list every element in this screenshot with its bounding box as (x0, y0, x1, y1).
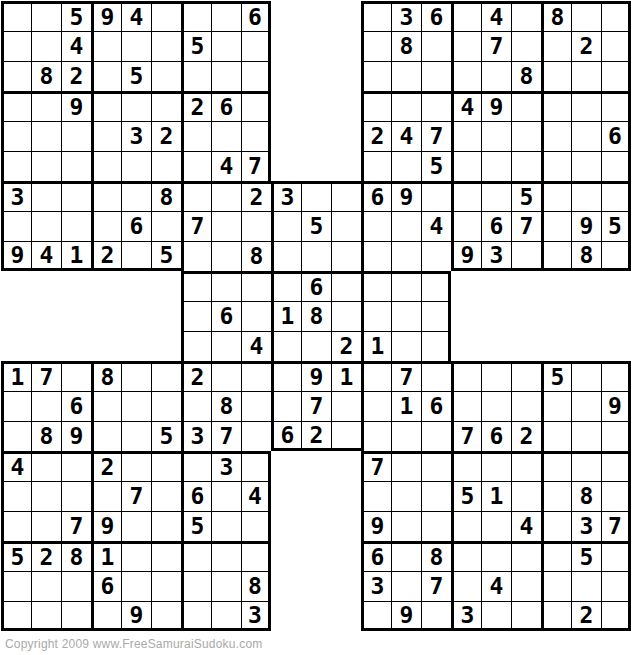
given-digit-r4c7: 2 (181, 91, 211, 121)
empty-cell-r5c19[interactable] (541, 121, 571, 151)
empty-cell-r15c4[interactable] (91, 421, 121, 451)
empty-cell-r5c2[interactable] (31, 121, 61, 151)
empty-cell-r1c21[interactable] (601, 1, 631, 31)
empty-cell-r4c14[interactable] (391, 91, 421, 121)
empty-cell-r1c2[interactable] (31, 1, 61, 31)
empty-cell-r15c21[interactable] (601, 421, 631, 451)
empty-cell-r7c20[interactable] (571, 181, 601, 211)
void-region (331, 121, 361, 151)
empty-cell-r16c3[interactable] (61, 451, 91, 481)
empty-cell-r8c14[interactable] (391, 211, 421, 241)
empty-cell-r16c7[interactable] (181, 451, 211, 481)
empty-cell-r21c18[interactable] (511, 601, 541, 631)
given-digit-r8c21: 5 (601, 211, 631, 241)
given-digit-r1c17: 4 (481, 1, 511, 31)
given-digit-r9c9: 8 (241, 241, 271, 271)
empty-cell-r3c16[interactable] (451, 61, 481, 91)
empty-cell-r14c2[interactable] (31, 391, 61, 421)
void-region (151, 271, 181, 301)
empty-cell-r9c19[interactable] (541, 241, 571, 271)
empty-cell-r13c6[interactable] (151, 361, 181, 391)
empty-cell-r6c2[interactable] (31, 151, 61, 181)
empty-cell-r18c17[interactable] (481, 511, 511, 541)
empty-cell-r4c4[interactable] (91, 91, 121, 121)
empty-cell-r8c4[interactable] (91, 211, 121, 241)
void-region (151, 331, 181, 361)
empty-cell-r6c3[interactable] (61, 151, 91, 181)
empty-cell-r13c8[interactable] (211, 361, 241, 391)
empty-cell-r17c21[interactable] (601, 481, 631, 511)
empty-cell-r16c9[interactable] (241, 451, 271, 481)
empty-cell-r6c6[interactable] (151, 151, 181, 181)
empty-cell-r9c10[interactable] (271, 241, 301, 271)
empty-cell-r17c19[interactable] (541, 481, 571, 511)
empty-cell-r12c8[interactable] (211, 331, 241, 361)
empty-cell-r3c17[interactable] (481, 61, 511, 91)
void-region (271, 481, 301, 511)
empty-cell-r19c8[interactable] (211, 541, 241, 571)
empty-cell-r16c17[interactable] (481, 451, 511, 481)
empty-cell-r3c6[interactable] (151, 61, 181, 91)
given-digit-r17c9: 4 (241, 481, 271, 511)
void-region (571, 331, 601, 361)
given-digit-r1c15: 6 (421, 1, 451, 31)
empty-cell-r2c16[interactable] (451, 31, 481, 61)
empty-cell-r2c13[interactable] (361, 31, 391, 61)
empty-cell-r20c14[interactable] (391, 571, 421, 601)
empty-cell-r17c15[interactable] (421, 481, 451, 511)
empty-cell-r15c9[interactable] (241, 421, 271, 451)
empty-cell-r20c7[interactable] (181, 571, 211, 601)
empty-cell-r18c8[interactable] (211, 511, 241, 541)
empty-cell-r16c5[interactable] (121, 451, 151, 481)
empty-cell-r10c13[interactable] (361, 271, 391, 301)
empty-cell-r20c6[interactable] (151, 571, 181, 601)
empty-cell-r15c5[interactable] (121, 421, 151, 451)
empty-cell-r4c20[interactable] (571, 91, 601, 121)
empty-cell-r14c19[interactable] (541, 391, 571, 421)
empty-cell-r13c21[interactable] (601, 361, 631, 391)
empty-cell-r6c18[interactable] (511, 151, 541, 181)
void-region (331, 451, 361, 481)
empty-cell-r11c15[interactable] (421, 301, 451, 331)
empty-cell-r14c6[interactable] (151, 391, 181, 421)
empty-cell-r19c6[interactable] (151, 541, 181, 571)
given-digit-r13c14: 7 (391, 361, 421, 391)
void-region (331, 91, 361, 121)
empty-cell-r7c7[interactable] (181, 181, 211, 211)
empty-cell-r18c15[interactable] (421, 511, 451, 541)
empty-cell-r11c12[interactable] (331, 301, 361, 331)
empty-cell-r8c3[interactable] (61, 211, 91, 241)
empty-cell-r6c4[interactable] (91, 151, 121, 181)
given-digit-r9c3: 1 (61, 241, 91, 271)
given-digit-r16c8: 3 (211, 451, 241, 481)
empty-cell-r3c13[interactable] (361, 61, 391, 91)
empty-cell-r18c5[interactable] (121, 511, 151, 541)
empty-cell-r3c14[interactable] (391, 61, 421, 91)
void-region (451, 301, 481, 331)
empty-cell-r18c14[interactable] (391, 511, 421, 541)
empty-cell-r19c7[interactable] (181, 541, 211, 571)
empty-cell-r13c5[interactable] (121, 361, 151, 391)
empty-cell-r7c3[interactable] (61, 181, 91, 211)
empty-cell-r15c1[interactable] (1, 421, 31, 451)
given-digit-r13c12: 1 (331, 361, 361, 391)
empty-cell-r18c16[interactable] (451, 511, 481, 541)
empty-cell-r16c19[interactable] (541, 451, 571, 481)
void-region (301, 151, 331, 181)
empty-cell-r10c12[interactable] (331, 271, 361, 301)
empty-cell-r1c13[interactable] (361, 1, 391, 31)
empty-cell-r17c18[interactable] (511, 481, 541, 511)
empty-cell-r3c19[interactable] (541, 61, 571, 91)
empty-cell-r4c2[interactable] (31, 91, 61, 121)
empty-cell-r20c5[interactable] (121, 571, 151, 601)
empty-cell-r19c16[interactable] (451, 541, 481, 571)
empty-cell-r18c19[interactable] (541, 511, 571, 541)
empty-cell-r12c7[interactable] (181, 331, 211, 361)
empty-cell-r7c17[interactable] (481, 181, 511, 211)
empty-cell-r3c1[interactable] (1, 61, 31, 91)
empty-cell-r13c13[interactable] (361, 361, 391, 391)
empty-cell-r15c13[interactable] (361, 421, 391, 451)
empty-cell-r8c12[interactable] (331, 211, 361, 241)
empty-cell-r5c17[interactable] (481, 121, 511, 151)
empty-cell-r10c15[interactable] (421, 271, 451, 301)
empty-cell-r9c12[interactable] (331, 241, 361, 271)
given-digit-r15c7: 3 (181, 421, 211, 451)
empty-cell-r1c8[interactable] (211, 1, 241, 31)
empty-cell-r11c7[interactable] (181, 301, 211, 331)
empty-cell-r21c1[interactable] (1, 601, 31, 631)
empty-cell-r8c13[interactable] (361, 211, 391, 241)
empty-cell-r6c16[interactable] (451, 151, 481, 181)
empty-cell-r6c14[interactable] (391, 151, 421, 181)
empty-cell-r16c2[interactable] (31, 451, 61, 481)
empty-cell-r1c20[interactable] (571, 1, 601, 31)
empty-cell-r3c4[interactable] (91, 61, 121, 91)
empty-cell-r20c16[interactable] (451, 571, 481, 601)
empty-cell-r14c18[interactable] (511, 391, 541, 421)
void-region (271, 451, 301, 481)
empty-cell-r19c14[interactable] (391, 541, 421, 571)
empty-cell-r21c15[interactable] (421, 601, 451, 631)
empty-cell-r13c17[interactable] (481, 361, 511, 391)
empty-cell-r2c5[interactable] (121, 31, 151, 61)
empty-cell-r8c19[interactable] (541, 211, 571, 241)
empty-cell-r13c10[interactable] (271, 361, 301, 391)
empty-cell-r21c17[interactable] (481, 601, 511, 631)
empty-cell-r17c3[interactable] (61, 481, 91, 511)
void-region (301, 571, 331, 601)
empty-cell-r4c9[interactable] (241, 91, 271, 121)
empty-cell-r18c2[interactable] (31, 511, 61, 541)
empty-cell-r6c13[interactable] (361, 151, 391, 181)
empty-cell-r2c8[interactable] (211, 31, 241, 61)
empty-cell-r17c1[interactable] (1, 481, 31, 511)
empty-cell-r7c5[interactable] (121, 181, 151, 211)
empty-cell-r8c9[interactable] (241, 211, 271, 241)
empty-cell-r4c19[interactable] (541, 91, 571, 121)
empty-cell-r21c4[interactable] (91, 601, 121, 631)
empty-cell-r4c6[interactable] (151, 91, 181, 121)
empty-cell-r21c21[interactable] (601, 601, 631, 631)
given-digit-r16c4: 2 (91, 451, 121, 481)
empty-cell-r4c15[interactable] (421, 91, 451, 121)
empty-cell-r13c3[interactable] (61, 361, 91, 391)
empty-cell-r2c6[interactable] (151, 31, 181, 61)
empty-cell-r20c20[interactable] (571, 571, 601, 601)
empty-cell-r7c11[interactable] (301, 181, 331, 211)
empty-cell-r3c7[interactable] (181, 61, 211, 91)
empty-cell-r6c5[interactable] (121, 151, 151, 181)
empty-cell-r2c18[interactable] (511, 31, 541, 61)
void-region (121, 301, 151, 331)
empty-cell-r1c1[interactable] (1, 1, 31, 31)
empty-cell-r9c5[interactable] (121, 241, 151, 271)
empty-cell-r16c18[interactable] (511, 451, 541, 481)
void-region (301, 541, 331, 571)
empty-cell-r9c14[interactable] (391, 241, 421, 271)
empty-cell-r13c18[interactable] (511, 361, 541, 391)
empty-cell-r15c19[interactable] (541, 421, 571, 451)
empty-cell-r17c4[interactable] (91, 481, 121, 511)
empty-cell-r4c21[interactable] (601, 91, 631, 121)
empty-cell-r10c8[interactable] (211, 271, 241, 301)
void-region (571, 271, 601, 301)
empty-cell-r8c8[interactable] (211, 211, 241, 241)
given-digit-r1c4: 9 (91, 1, 121, 31)
empty-cell-r12c10[interactable] (271, 331, 301, 361)
given-digit-r2c14: 8 (391, 31, 421, 61)
empty-cell-r21c7[interactable] (181, 601, 211, 631)
empty-cell-r17c6[interactable] (151, 481, 181, 511)
empty-cell-r2c15[interactable] (421, 31, 451, 61)
empty-cell-r19c9[interactable] (241, 541, 271, 571)
empty-cell-r16c15[interactable] (421, 451, 451, 481)
empty-cell-r14c10[interactable] (271, 391, 301, 421)
given-digit-r1c19: 8 (541, 1, 571, 31)
empty-cell-r9c11[interactable] (301, 241, 331, 271)
empty-cell-r5c8[interactable] (211, 121, 241, 151)
empty-cell-r20c18[interactable] (511, 571, 541, 601)
empty-cell-r14c7[interactable] (181, 391, 211, 421)
empty-cell-r16c16[interactable] (451, 451, 481, 481)
empty-cell-r6c17[interactable] (481, 151, 511, 181)
empty-cell-r16c20[interactable] (571, 451, 601, 481)
empty-cell-r18c6[interactable] (151, 511, 181, 541)
empty-cell-r10c10[interactable] (271, 271, 301, 301)
empty-cell-r2c9[interactable] (241, 31, 271, 61)
empty-cell-r11c13[interactable] (361, 301, 391, 331)
empty-cell-r14c17[interactable] (481, 391, 511, 421)
empty-cell-r5c3[interactable] (61, 121, 91, 151)
empty-cell-r9c21[interactable] (601, 241, 631, 271)
empty-cell-r6c20[interactable] (571, 151, 601, 181)
empty-cell-r8c2[interactable] (31, 211, 61, 241)
empty-cell-r20c3[interactable] (61, 571, 91, 601)
given-digit-r15c11: 2 (301, 421, 331, 451)
empty-cell-r5c20[interactable] (571, 121, 601, 151)
empty-cell-r12c11[interactable] (301, 331, 331, 361)
empty-cell-r1c16[interactable] (451, 1, 481, 31)
empty-cell-r11c14[interactable] (391, 301, 421, 331)
given-digit-r14c21: 9 (601, 391, 631, 421)
given-digit-r12c13: 1 (361, 331, 391, 361)
empty-cell-r19c17[interactable] (481, 541, 511, 571)
given-digit-r5c14: 4 (391, 121, 421, 151)
empty-cell-r4c13[interactable] (361, 91, 391, 121)
given-digit-r20c9: 8 (241, 571, 271, 601)
empty-cell-r1c7[interactable] (181, 1, 211, 31)
empty-cell-r5c18[interactable] (511, 121, 541, 151)
empty-cell-r12c14[interactable] (391, 331, 421, 361)
empty-cell-r3c20[interactable] (571, 61, 601, 91)
empty-cell-r5c16[interactable] (451, 121, 481, 151)
empty-cell-r11c9[interactable] (241, 301, 271, 331)
empty-cell-r3c9[interactable] (241, 61, 271, 91)
empty-cell-r21c13[interactable] (361, 601, 391, 631)
empty-cell-r13c16[interactable] (451, 361, 481, 391)
empty-cell-r14c5[interactable] (121, 391, 151, 421)
empty-cell-r2c2[interactable] (31, 31, 61, 61)
empty-cell-r14c13[interactable] (361, 391, 391, 421)
empty-cell-r12c15[interactable] (421, 331, 451, 361)
empty-cell-r19c21[interactable] (601, 541, 631, 571)
empty-cell-r17c2[interactable] (31, 481, 61, 511)
given-digit-r17c5: 7 (121, 481, 151, 511)
empty-cell-r2c1[interactable] (1, 31, 31, 61)
empty-cell-r19c5[interactable] (121, 541, 151, 571)
empty-cell-r6c1[interactable] (1, 151, 31, 181)
empty-cell-r8c6[interactable] (151, 211, 181, 241)
empty-cell-r10c7[interactable] (181, 271, 211, 301)
given-digit-r19c2: 2 (31, 541, 61, 571)
given-digit-r21c14: 9 (391, 601, 421, 631)
empty-cell-r14c16[interactable] (451, 391, 481, 421)
void-region (271, 121, 301, 151)
empty-cell-r9c7[interactable] (181, 241, 211, 271)
empty-cell-r20c2[interactable] (31, 571, 61, 601)
empty-cell-r5c1[interactable] (1, 121, 31, 151)
empty-cell-r13c15[interactable] (421, 361, 451, 391)
empty-cell-r17c13[interactable] (361, 481, 391, 511)
empty-cell-r13c20[interactable] (571, 361, 601, 391)
given-digit-r2c20: 2 (571, 31, 601, 61)
empty-cell-r18c9[interactable] (241, 511, 271, 541)
empty-cell-r16c6[interactable] (151, 451, 181, 481)
empty-cell-r7c4[interactable] (91, 181, 121, 211)
empty-cell-r14c20[interactable] (571, 391, 601, 421)
empty-cell-r18c1[interactable] (1, 511, 31, 541)
empty-cell-r17c14[interactable] (391, 481, 421, 511)
empty-cell-r15c15[interactable] (421, 421, 451, 451)
empty-cell-r4c5[interactable] (121, 91, 151, 121)
empty-cell-r10c14[interactable] (391, 271, 421, 301)
empty-cell-r7c8[interactable] (211, 181, 241, 211)
empty-cell-r21c19[interactable] (541, 601, 571, 631)
empty-cell-r3c21[interactable] (601, 61, 631, 91)
empty-cell-r17c8[interactable] (211, 481, 241, 511)
empty-cell-r5c7[interactable] (181, 121, 211, 151)
empty-cell-r2c21[interactable] (601, 31, 631, 61)
empty-cell-r8c1[interactable] (1, 211, 31, 241)
empty-cell-r7c12[interactable] (331, 181, 361, 211)
given-digit-r8c11: 5 (301, 211, 331, 241)
given-digit-r5c6: 2 (151, 121, 181, 151)
empty-cell-r19c19[interactable] (541, 541, 571, 571)
empty-cell-r1c18[interactable] (511, 1, 541, 31)
empty-cell-r6c19[interactable] (541, 151, 571, 181)
empty-cell-r9c8[interactable] (211, 241, 241, 271)
empty-cell-r16c21[interactable] (601, 451, 631, 481)
given-digit-r13c7: 2 (181, 361, 211, 391)
empty-cell-r7c2[interactable] (31, 181, 61, 211)
empty-cell-r21c3[interactable] (61, 601, 91, 631)
empty-cell-r8c16[interactable] (451, 211, 481, 241)
given-digit-r18c18: 4 (511, 511, 541, 541)
void-region (271, 151, 301, 181)
empty-cell-r19c18[interactable] (511, 541, 541, 571)
empty-cell-r7c16[interactable] (451, 181, 481, 211)
given-digit-r19c20: 5 (571, 541, 601, 571)
empty-cell-r6c21[interactable] (601, 151, 631, 181)
empty-cell-r2c4[interactable] (91, 31, 121, 61)
empty-cell-r21c8[interactable] (211, 601, 241, 631)
given-digit-r15c10: 6 (271, 421, 301, 451)
empty-cell-r20c19[interactable] (541, 571, 571, 601)
empty-cell-r9c18[interactable] (511, 241, 541, 271)
void-region (541, 331, 571, 361)
empty-cell-r20c8[interactable] (211, 571, 241, 601)
empty-cell-r14c9[interactable] (241, 391, 271, 421)
given-digit-r9c6: 5 (151, 241, 181, 271)
empty-cell-r15c14[interactable] (391, 421, 421, 451)
void-region (331, 571, 361, 601)
empty-cell-r1c6[interactable] (151, 1, 181, 31)
empty-cell-r4c1[interactable] (1, 91, 31, 121)
empty-cell-r9c15[interactable] (421, 241, 451, 271)
empty-cell-r3c15[interactable] (421, 61, 451, 91)
empty-cell-r5c4[interactable] (91, 121, 121, 151)
empty-cell-r20c1[interactable] (1, 571, 31, 601)
empty-cell-r20c21[interactable] (601, 571, 631, 601)
empty-cell-r7c15[interactable] (421, 181, 451, 211)
empty-cell-r21c6[interactable] (151, 601, 181, 631)
empty-cell-r10c9[interactable] (241, 271, 271, 301)
empty-cell-r5c9[interactable] (241, 121, 271, 151)
empty-cell-r8c10[interactable] (271, 211, 301, 241)
empty-cell-r2c19[interactable] (541, 31, 571, 61)
empty-cell-r14c1[interactable] (1, 391, 31, 421)
empty-cell-r14c12[interactable] (331, 391, 361, 421)
given-digit-r4c3: 9 (61, 91, 91, 121)
empty-cell-r3c8[interactable] (211, 61, 241, 91)
empty-cell-r16c14[interactable] (391, 451, 421, 481)
empty-cell-r7c19[interactable] (541, 181, 571, 211)
empty-cell-r21c2[interactable] (31, 601, 61, 631)
empty-cell-r14c4[interactable] (91, 391, 121, 421)
empty-cell-r6c7[interactable] (181, 151, 211, 181)
empty-cell-r15c20[interactable] (571, 421, 601, 451)
empty-cell-r9c13[interactable] (361, 241, 391, 271)
empty-cell-r15c12[interactable] (331, 421, 361, 451)
given-digit-r20c15: 7 (421, 571, 451, 601)
empty-cell-r7c21[interactable] (601, 181, 631, 211)
empty-cell-r13c9[interactable] (241, 361, 271, 391)
empty-cell-r4c18[interactable] (511, 91, 541, 121)
